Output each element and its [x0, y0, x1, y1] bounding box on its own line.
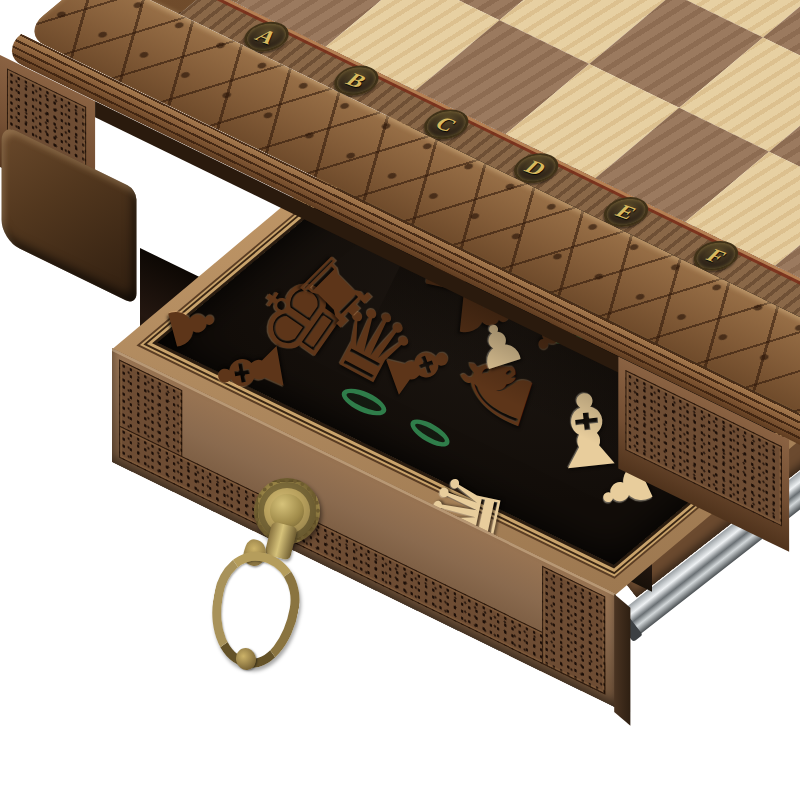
file-label-f: F — [700, 244, 731, 267]
handle-drop-ring — [203, 545, 308, 674]
handle-scroll-ornament — [241, 537, 270, 569]
handle-drop-finial — [234, 646, 258, 672]
carved-band-right — [542, 566, 605, 695]
file-label-e: E — [610, 200, 642, 224]
chess-box-photo: ♚ ♛ ♜ ♝ ♟ ♟ ♞ ♟ ♝ ♟ ♟ ♝ ♛ ♟ A B C — [0, 0, 800, 800]
file-label-c: C — [430, 112, 463, 136]
drawer-front-end-face — [614, 594, 630, 726]
file-label-b: B — [340, 69, 372, 93]
file-label-a: A — [250, 25, 283, 49]
file-label-d: D — [519, 156, 552, 180]
